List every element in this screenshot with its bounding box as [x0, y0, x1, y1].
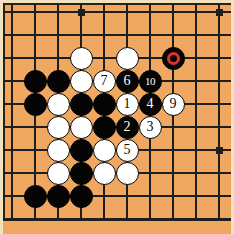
black-stone: 2	[116, 116, 139, 139]
white-stone: 1	[116, 93, 139, 116]
black-stone: 10	[139, 70, 162, 93]
black-stone	[93, 93, 116, 116]
black-stone	[93, 116, 116, 139]
board-diagram: 7610149235	[0, 0, 234, 234]
black-stone	[70, 139, 93, 162]
stone-move-number: 1	[124, 97, 131, 111]
stone-move-number: 9	[170, 97, 177, 111]
white-stone	[70, 70, 93, 93]
go-board[interactable]: 7610149235	[3, 3, 231, 234]
black-stone	[47, 70, 70, 93]
black-stone	[24, 185, 47, 208]
stone-move-number: 4	[147, 97, 154, 111]
black-stone: 4	[139, 93, 162, 116]
black-stone	[47, 185, 70, 208]
white-stone	[70, 47, 93, 70]
stone-move-number: 2	[124, 120, 131, 134]
stone-move-number: 10	[145, 76, 155, 87]
white-stone	[47, 139, 70, 162]
grid-line-horizontal	[3, 11, 231, 13]
white-stone	[47, 162, 70, 185]
white-stone	[47, 116, 70, 139]
white-stone	[93, 162, 116, 185]
black-stone	[70, 185, 93, 208]
black-stone	[70, 93, 93, 116]
star-point	[216, 147, 223, 154]
black-stone: 6	[116, 70, 139, 93]
stone-move-number: 3	[147, 120, 154, 134]
white-stone	[47, 93, 70, 116]
white-stone	[93, 139, 116, 162]
black-stone	[162, 47, 185, 70]
white-stone: 3	[139, 116, 162, 139]
white-stone	[70, 116, 93, 139]
white-stone	[116, 162, 139, 185]
black-stone	[24, 70, 47, 93]
stone-move-number: 7	[101, 74, 108, 88]
star-point	[78, 9, 85, 16]
star-point	[216, 9, 223, 16]
marked-stone-circle-marker	[167, 52, 180, 65]
grid-line-horizontal	[3, 34, 231, 36]
stone-move-number: 5	[124, 143, 131, 157]
black-stone	[24, 93, 47, 116]
white-stone	[116, 47, 139, 70]
white-stone: 5	[116, 139, 139, 162]
stone-move-number: 6	[124, 74, 131, 88]
white-stone: 7	[93, 70, 116, 93]
white-stone: 9	[162, 93, 185, 116]
black-stone	[70, 162, 93, 185]
